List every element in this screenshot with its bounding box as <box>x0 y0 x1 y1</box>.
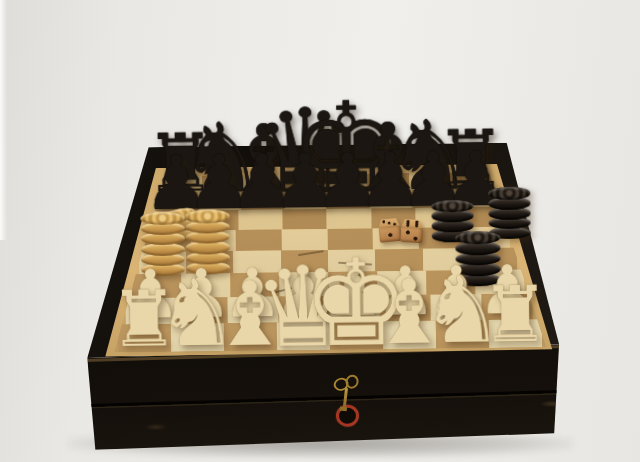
pieces-layer: ♜︎♞︎♝︎♛︎♚︎♝︎♞︎♜︎♟︎♟︎♟︎♟︎♟︎♟︎♟︎♟︎♟︎♟︎♟︎♟︎… <box>0 0 640 462</box>
checker <box>455 231 500 245</box>
checker <box>432 199 474 212</box>
die-top-face <box>401 219 423 228</box>
chess-box-scene: ♜︎♞︎♝︎♛︎♚︎♝︎♞︎♜︎♟︎♟︎♟︎♟︎♟︎♟︎♟︎♟︎♟︎♟︎♟︎♟︎… <box>0 0 640 462</box>
box-and-board: ♜︎♞︎♝︎♛︎♚︎♝︎♞︎♜︎♟︎♟︎♟︎♟︎♟︎♟︎♟︎♟︎♟︎♟︎♟︎♟︎… <box>0 0 640 462</box>
checker <box>488 187 530 200</box>
white-rook-h1[interactable]: ♜︎ <box>480 276 550 354</box>
